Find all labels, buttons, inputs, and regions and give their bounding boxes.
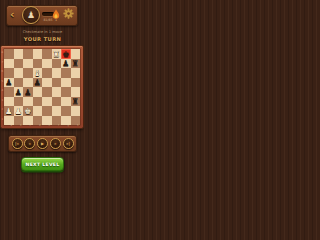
square-h6[interactable]: [71, 68, 81, 78]
piece-black-king-g8[interactable]: ♚: [62, 50, 69, 58]
square-e6[interactable]: [42, 68, 52, 78]
square-b2[interactable]: ♟: [14, 106, 24, 116]
next-level-button[interactable]: NEXT LEVEL: [21, 157, 64, 171]
square-c1[interactable]: [23, 116, 33, 126]
step-forward-button[interactable]: »: [50, 138, 61, 149]
square-b8[interactable]: [14, 49, 24, 59]
piece-white-bishop-d6[interactable]: ♝: [34, 69, 41, 77]
square-a4[interactable]: [4, 87, 14, 97]
square-g6[interactable]: [61, 68, 71, 78]
piece-black-rook-h3[interactable]: ♜: [72, 97, 79, 105]
skip-to-end-button[interactable]: »|: [63, 138, 74, 149]
square-f8[interactable]: ♜: [52, 49, 62, 59]
square-f7[interactable]: [52, 59, 62, 69]
square-g4[interactable]: [61, 87, 71, 97]
square-g7[interactable]: ♟: [61, 59, 71, 69]
square-e8[interactable]: [42, 49, 52, 59]
square-e2[interactable]: [42, 106, 52, 116]
square-a8[interactable]: [4, 49, 14, 59]
rank-label-5: 5: [2, 81, 4, 84]
square-a7[interactable]: [4, 59, 14, 69]
playback-plaque: |« « ▶ » »|: [8, 135, 77, 152]
file-label-f: f: [58, 125, 59, 128]
square-g2[interactable]: [61, 106, 71, 116]
square-e7[interactable]: [42, 59, 52, 69]
board-frame: ♜♚♟♜♝♟♟♟♟♜♟♟♚ 87654321abcdefgh: [1, 46, 83, 128]
piece-black-pawn-g7[interactable]: ♟: [62, 59, 69, 67]
square-f5[interactable]: [52, 78, 62, 88]
square-d8[interactable]: [33, 49, 43, 59]
square-a6[interactable]: [4, 68, 14, 78]
file-label-e: e: [49, 125, 51, 128]
file-label-c: c: [30, 125, 31, 128]
square-d2[interactable]: [33, 106, 43, 116]
file-label-a: a: [11, 125, 13, 128]
square-f3[interactable]: [52, 97, 62, 107]
step-back-button[interactable]: «: [24, 138, 35, 149]
square-g8[interactable]: ♚: [61, 49, 71, 59]
rank-label-7: 7: [2, 62, 4, 65]
settings-gear-icon[interactable]: [63, 8, 74, 19]
rank-label-8: 8: [2, 52, 4, 55]
chess-board: ♜♚♟♜♝♟♟♟♟♜♟♟♚: [4, 49, 80, 125]
square-c4[interactable]: ♟: [23, 87, 33, 97]
square-b7[interactable]: [14, 59, 24, 69]
square-a1[interactable]: [4, 116, 14, 126]
square-d3[interactable]: [33, 97, 43, 107]
square-h5[interactable]: [71, 78, 81, 88]
square-f2[interactable]: [52, 106, 62, 116]
file-label-b: b: [20, 125, 22, 128]
rank-label-3: 3: [2, 100, 4, 103]
square-d6[interactable]: ♝: [33, 68, 43, 78]
file-label-h: h: [77, 125, 79, 128]
piece-white-pawn-a2[interactable]: ♟: [5, 107, 12, 115]
square-b6[interactable]: [14, 68, 24, 78]
rank-label-2: 2: [2, 109, 4, 112]
rank-label-1: 1: [2, 119, 4, 122]
square-a3[interactable]: [4, 97, 14, 107]
square-d4[interactable]: [33, 87, 43, 97]
square-d5[interactable]: ♟: [33, 78, 43, 88]
skip-to-start-button[interactable]: |«: [12, 138, 23, 149]
puzzle-goal-text: Checkmate in 1 move: [0, 31, 85, 35]
piece-black-pawn-a5[interactable]: ♟: [5, 78, 12, 86]
square-e3[interactable]: [42, 97, 52, 107]
piece-black-pawn-b4[interactable]: ♟: [15, 88, 22, 96]
square-a5[interactable]: ♟: [4, 78, 14, 88]
piece-white-king-c2[interactable]: ♚: [24, 107, 31, 115]
square-f1[interactable]: [52, 116, 62, 126]
square-h8[interactable]: [71, 49, 81, 59]
square-c6[interactable]: [23, 68, 33, 78]
square-h7[interactable]: ♜: [71, 59, 81, 69]
piece-white-pawn-b2[interactable]: ♟: [15, 107, 22, 115]
square-e4[interactable]: [42, 87, 52, 97]
piece-white-rook-f8[interactable]: ♜: [53, 50, 60, 58]
piece-black-pawn-c4[interactable]: ♟: [24, 88, 31, 96]
square-c8[interactable]: [23, 49, 33, 59]
file-label-d: d: [39, 125, 41, 128]
piece-black-pawn-d5[interactable]: ♟: [34, 78, 41, 86]
square-c3[interactable]: [23, 97, 33, 107]
square-f4[interactable]: [52, 87, 62, 97]
piece-black-rook-h7[interactable]: ♜: [72, 59, 79, 67]
square-f6[interactable]: [52, 68, 62, 78]
profile-badge[interactable]: ♟: [22, 6, 40, 24]
square-b3[interactable]: [14, 97, 24, 107]
square-g3[interactable]: [61, 97, 71, 107]
square-c5[interactable]: [23, 78, 33, 88]
rank-label-4: 4: [2, 90, 4, 93]
square-a2[interactable]: ♟: [4, 106, 14, 116]
square-h2[interactable]: [71, 106, 81, 116]
square-h3[interactable]: ♜: [71, 97, 81, 107]
chess-puzzle-app: { "game": "chess", "header": { "back_gly…: [0, 0, 85, 183]
square-c2[interactable]: ♚: [23, 106, 33, 116]
square-g5[interactable]: [61, 78, 71, 88]
streak-count: 1: [52, 19, 60, 22]
rank-label-6: 6: [2, 71, 4, 74]
square-b5[interactable]: [14, 78, 24, 88]
pawn-icon: ♟: [27, 11, 35, 20]
back-button[interactable]: ‹: [10, 8, 18, 22]
square-e1[interactable]: [42, 116, 52, 126]
turn-indicator: YOUR TURN: [0, 37, 85, 42]
square-g1[interactable]: [61, 116, 71, 126]
play-button[interactable]: ▶: [37, 138, 48, 149]
square-e5[interactable]: [42, 78, 52, 88]
square-h4[interactable]: [71, 87, 81, 97]
square-d7[interactable]: [33, 59, 43, 69]
square-c7[interactable]: [23, 59, 33, 69]
file-label-g: g: [68, 125, 70, 128]
square-b4[interactable]: ♟: [14, 87, 24, 97]
